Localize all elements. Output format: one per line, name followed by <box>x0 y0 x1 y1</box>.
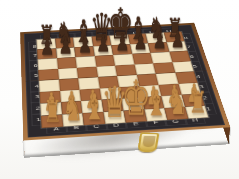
piece-white-knight[interactable]: ♞ <box>63 92 83 125</box>
piece-white-bishop[interactable]: ♝ <box>83 89 105 125</box>
square-f6[interactable] <box>132 53 153 64</box>
piece-white-rook[interactable]: ♜ <box>43 97 61 127</box>
square-c7[interactable]: ♟ <box>74 46 94 57</box>
coordinate-border: ABCDEFGH ABCDEFGH 87654321 87654321 ♜♞♝♛… <box>24 25 225 138</box>
square-g7[interactable]: ♟ <box>148 42 169 53</box>
square-b7[interactable]: ♟ <box>56 47 76 58</box>
square-f7[interactable]: ♟ <box>130 43 151 54</box>
square-d7[interactable]: ♟ <box>93 45 113 56</box>
board-top-surface: ABCDEFGH ABCDEFGH 87654321 87654321 ♜♞♝♛… <box>20 23 230 141</box>
photo-stage: ABCDEFGH ABCDEFGH 87654321 87654321 ♜♞♝♛… <box>0 0 239 179</box>
brass-latch <box>137 132 159 152</box>
piece-white-rook[interactable]: ♜ <box>189 88 207 118</box>
square-e7[interactable]: ♟ <box>111 44 132 55</box>
piece-black-pawn[interactable]: ♟ <box>96 32 110 55</box>
piece-black-pawn[interactable]: ♟ <box>152 29 166 52</box>
chess-set-case: ABCDEFGH ABCDEFGH 87654321 87654321 ♜♞♝♛… <box>20 23 230 141</box>
piece-black-pawn[interactable]: ♟ <box>171 28 185 51</box>
square-e6[interactable] <box>113 54 134 65</box>
piece-black-pawn[interactable]: ♟ <box>134 30 148 53</box>
square-h6[interactable] <box>169 51 191 62</box>
square-h1[interactable]: ♜ <box>185 105 209 118</box>
square-b1[interactable]: ♞ <box>62 113 84 127</box>
piece-black-pawn[interactable]: ♟ <box>40 35 54 58</box>
square-a7[interactable]: ♟ <box>37 48 57 59</box>
square-a1[interactable]: ♜ <box>41 114 63 128</box>
piece-white-knight[interactable]: ♞ <box>167 86 187 119</box>
piece-black-pawn[interactable]: ♟ <box>78 33 92 56</box>
square-c1[interactable]: ♝ <box>82 112 105 126</box>
piece-black-pawn[interactable]: ♟ <box>115 31 129 54</box>
square-g1[interactable]: ♞ <box>164 107 188 121</box>
square-d6[interactable] <box>94 55 115 66</box>
piece-black-pawn[interactable]: ♟ <box>59 34 73 57</box>
chess-board: ♜♞♝♛♚♝♞♜♟♟♟♟♟♟♟♟♟♟♟♟♟♟♟♟♜♞♝♛♚♝♞♜ <box>36 32 208 128</box>
square-h7[interactable]: ♟ <box>166 41 187 52</box>
square-d1[interactable]: ♛ <box>103 110 126 124</box>
piece-white-queen[interactable]: ♛ <box>102 80 128 123</box>
